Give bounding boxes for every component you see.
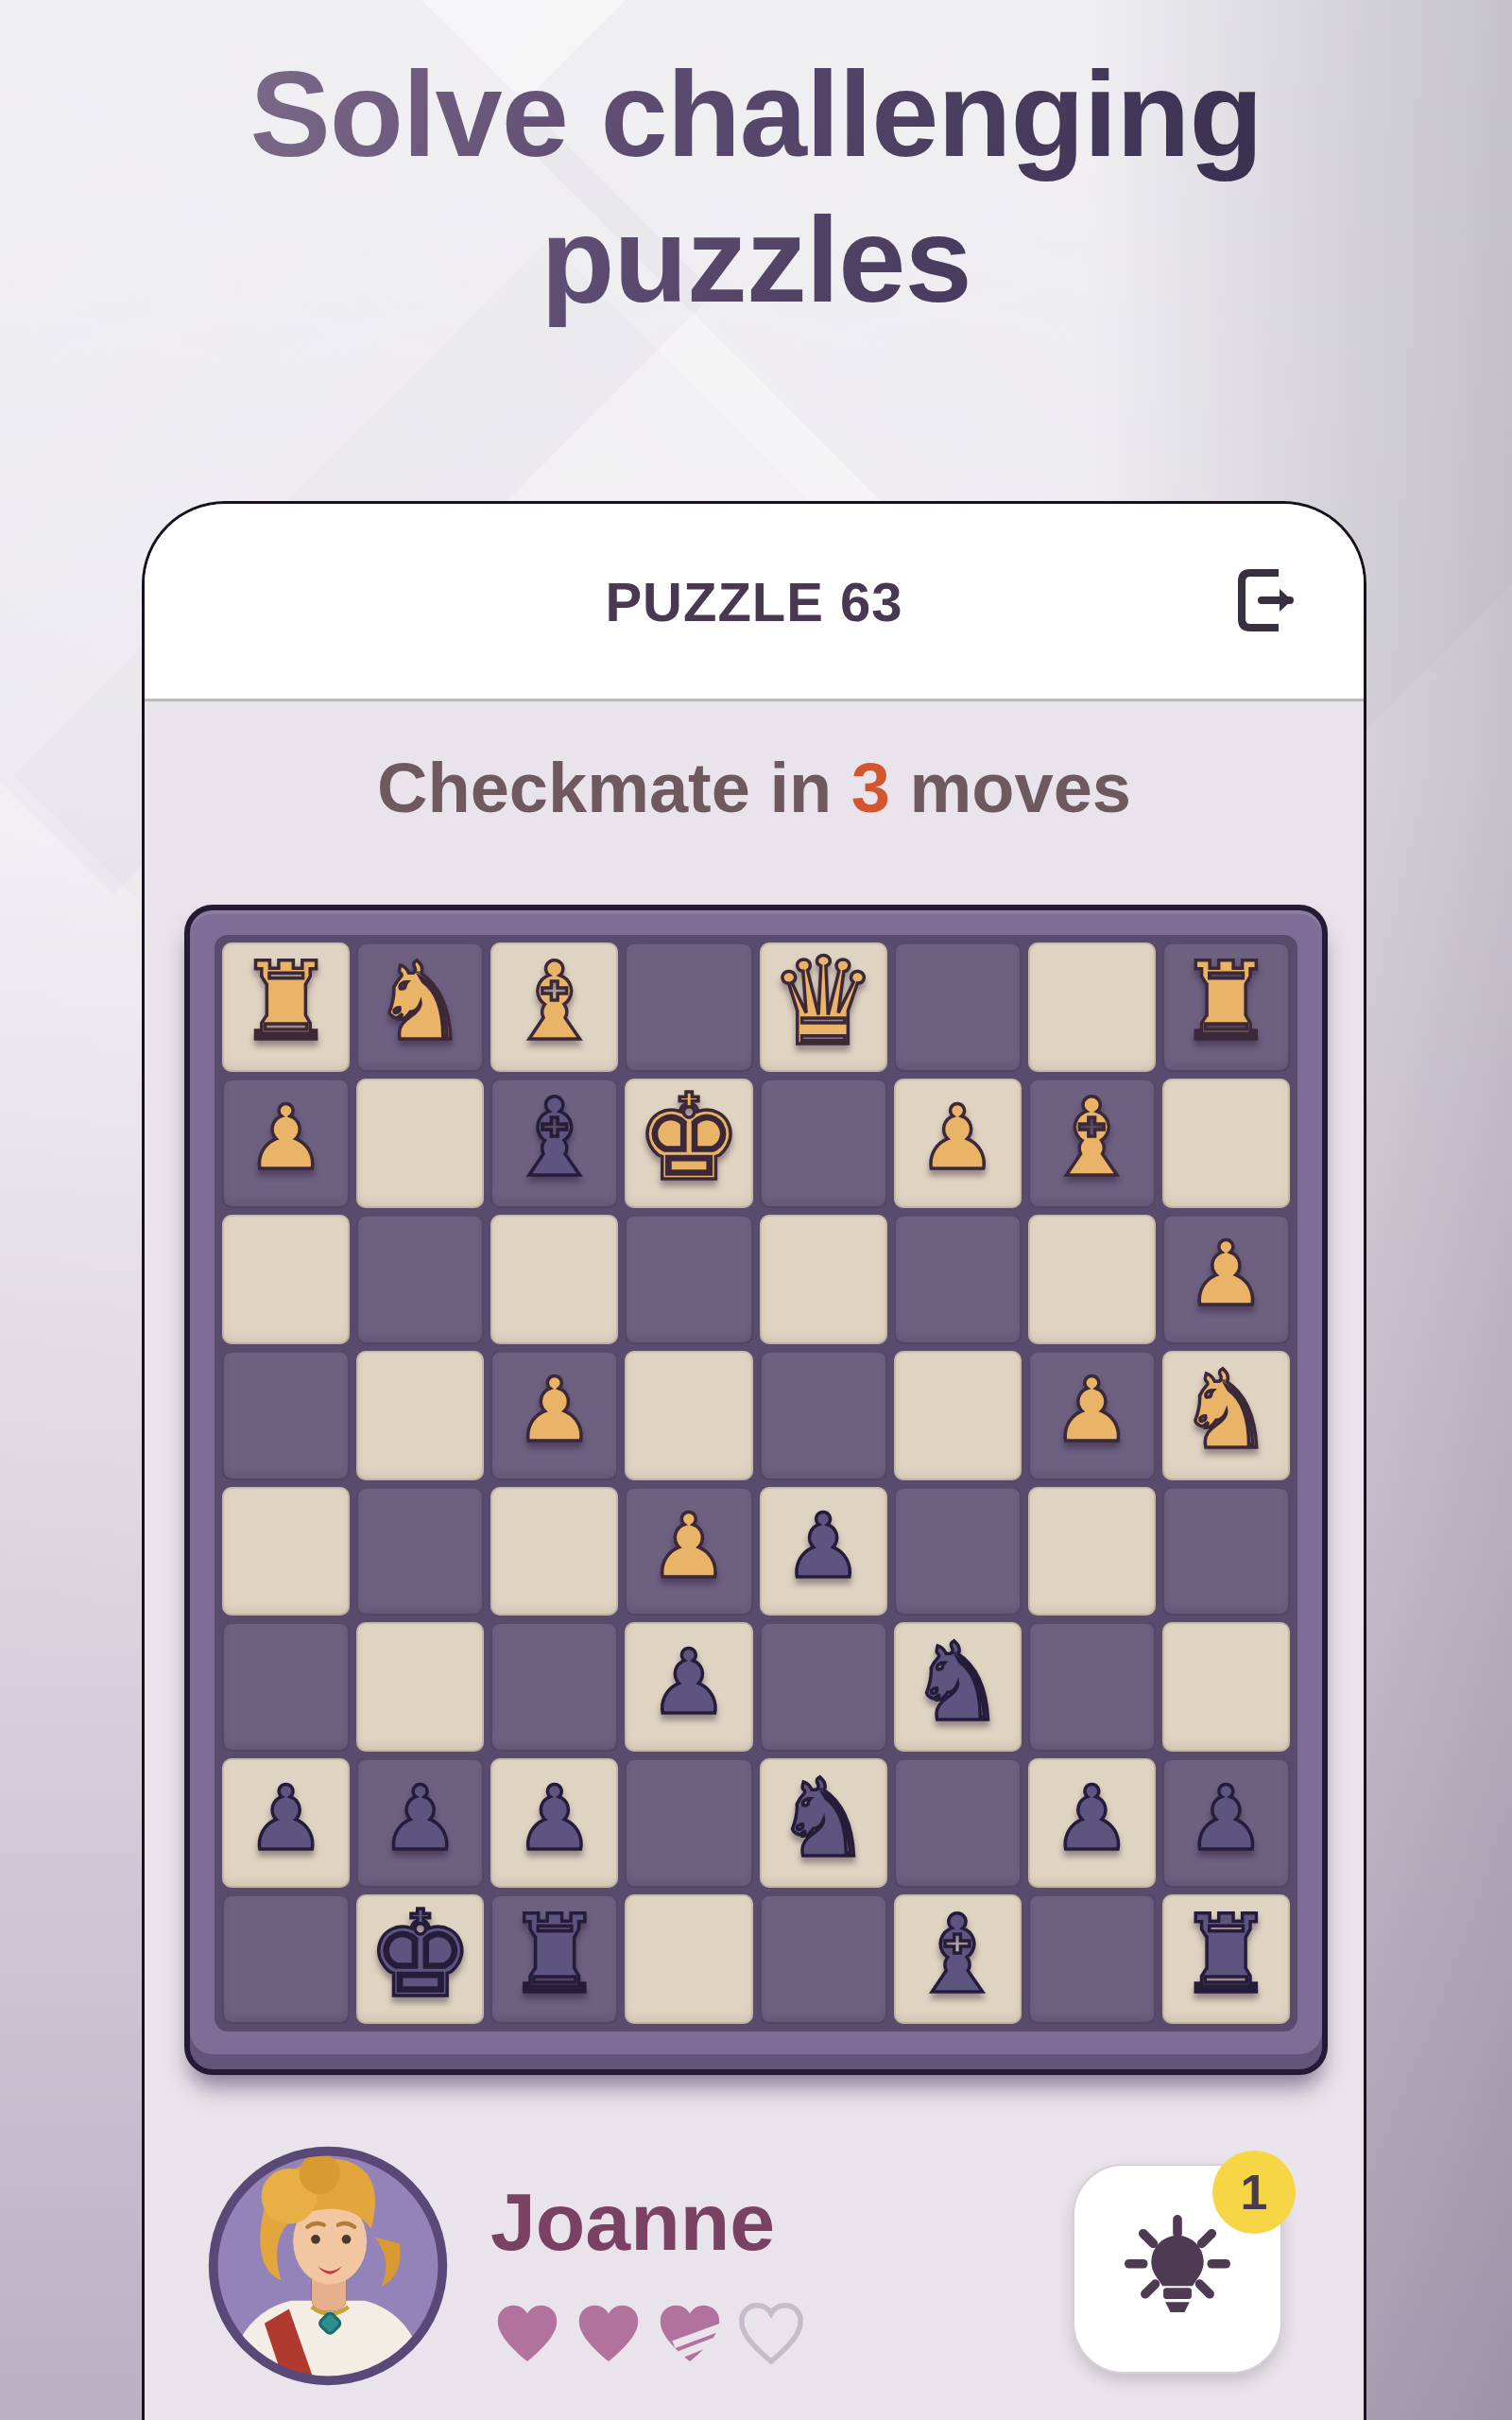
square-r7c7[interactable]: ♟	[1028, 1758, 1156, 1888]
white-pawn: ♟	[246, 1094, 325, 1183]
square-r2c2[interactable]	[356, 1079, 484, 1208]
square-r7c2[interactable]: ♟	[356, 1758, 484, 1888]
heart-icon-full-1	[490, 2298, 564, 2372]
square-r2c5[interactable]	[760, 1079, 887, 1208]
white-bishop: ♝	[507, 948, 603, 1056]
avatar	[205, 2143, 451, 2389]
square-r5c6[interactable]	[894, 1487, 1022, 1616]
square-r6c6[interactable]: ♞	[894, 1622, 1022, 1752]
square-r3c4[interactable]	[625, 1215, 752, 1344]
square-r1c3[interactable]: ♝	[490, 942, 618, 1072]
black-king: ♚	[367, 1895, 473, 2014]
square-r4c5[interactable]	[760, 1351, 887, 1480]
square-r4c1[interactable]	[222, 1351, 350, 1480]
white-king: ♚	[635, 1079, 742, 1198]
square-r8c5[interactable]	[760, 1894, 887, 2024]
objective-move-count: 3	[851, 749, 890, 827]
screen: Solve challenging puzzles PUZZLE 63 Chec…	[0, 0, 1512, 2420]
square-r6c5[interactable]	[760, 1622, 887, 1752]
card-header: PUZZLE 63	[145, 504, 1364, 701]
square-r8c6[interactable]: ♝	[894, 1894, 1022, 2024]
white-rook: ♜	[237, 948, 334, 1056]
square-r5c4[interactable]: ♟	[625, 1487, 752, 1616]
hint-badge: 1	[1212, 2151, 1296, 2234]
black-pawn: ♟	[246, 1774, 325, 1863]
square-r5c3[interactable]	[490, 1487, 618, 1616]
square-r5c1[interactable]	[222, 1487, 350, 1616]
square-r7c1[interactable]: ♟	[222, 1758, 350, 1888]
square-r5c7[interactable]	[1028, 1487, 1156, 1616]
board-grid: ♜♞♝♛♜♟♝♚♟♝♟♟♟♞♟♟♟♞♟♟♟♞♟♟♚♜♝♜	[215, 935, 1297, 2031]
square-r6c4[interactable]: ♟	[625, 1622, 752, 1752]
square-r3c5[interactable]	[760, 1215, 887, 1344]
square-r8c2[interactable]: ♚	[356, 1894, 484, 2024]
black-knight: ♞	[909, 1629, 1005, 1737]
square-r1c5[interactable]: ♛	[760, 942, 887, 1072]
square-r4c4[interactable]	[625, 1351, 752, 1480]
square-r4c2[interactable]	[356, 1351, 484, 1480]
square-r3c1[interactable]	[222, 1215, 350, 1344]
square-r2c4[interactable]: ♚	[625, 1079, 752, 1208]
square-r3c7[interactable]	[1028, 1215, 1156, 1344]
square-r7c3[interactable]: ♟	[490, 1758, 618, 1888]
square-r4c3[interactable]: ♟	[490, 1351, 618, 1480]
black-rook: ♜	[1177, 1901, 1274, 2009]
square-r2c3[interactable]: ♝	[490, 1079, 618, 1208]
lightbulb-icon	[1117, 2207, 1238, 2331]
square-r8c4[interactable]	[625, 1894, 752, 2024]
black-bishop: ♝	[507, 1084, 603, 1192]
square-r6c3[interactable]	[490, 1622, 618, 1752]
square-r4c6[interactable]	[894, 1351, 1022, 1480]
exit-button[interactable]	[1224, 559, 1309, 644]
puzzle-title: PUZZLE 63	[605, 570, 902, 633]
hint-button[interactable]: 1	[1073, 2164, 1282, 2374]
white-bishop: ♝	[1043, 1084, 1140, 1192]
black-rook: ♜	[507, 1901, 603, 2009]
black-pawn: ♟	[381, 1774, 460, 1863]
square-r2c1[interactable]: ♟	[222, 1079, 350, 1208]
white-pawn: ♟	[1052, 1366, 1131, 1455]
square-r3c2[interactable]	[356, 1215, 484, 1344]
white-pawn: ♟	[649, 1502, 729, 1591]
square-r6c2[interactable]	[356, 1622, 484, 1752]
square-r1c1[interactable]: ♜	[222, 942, 350, 1072]
square-r1c8[interactable]: ♜	[1162, 942, 1290, 1072]
black-pawn: ♟	[783, 1502, 863, 1591]
puzzle-card: PUZZLE 63 Checkmate in 3 moves ♜♞♝♛♜♟♝♚♟…	[142, 501, 1366, 2420]
square-r4c8[interactable]: ♞	[1162, 1351, 1290, 1480]
square-r5c5[interactable]: ♟	[760, 1487, 887, 1616]
square-r8c1[interactable]	[222, 1894, 350, 2024]
white-pawn: ♟	[515, 1366, 594, 1455]
black-pawn: ♟	[1186, 1774, 1265, 1863]
square-r1c2[interactable]: ♞	[356, 942, 484, 1072]
objective-suffix: moves	[890, 749, 1131, 827]
black-pawn: ♟	[1052, 1774, 1131, 1863]
square-r7c8[interactable]: ♟	[1162, 1758, 1290, 1888]
heart-icon-full-2	[572, 2298, 645, 2372]
square-r7c4[interactable]	[625, 1758, 752, 1888]
square-r7c6[interactable]	[894, 1758, 1022, 1888]
square-r2c8[interactable]	[1162, 1079, 1290, 1208]
square-r8c8[interactable]: ♜	[1162, 1894, 1290, 2024]
black-knight: ♞	[775, 1765, 871, 1873]
square-r2c7[interactable]: ♝	[1028, 1079, 1156, 1208]
white-pawn: ♟	[918, 1094, 997, 1183]
black-pawn: ♟	[515, 1774, 594, 1863]
headline-line2: puzzles	[0, 187, 1512, 333]
white-queen: ♛	[769, 942, 878, 1063]
square-r2c6[interactable]: ♟	[894, 1079, 1022, 1208]
square-r4c7[interactable]: ♟	[1028, 1351, 1156, 1480]
lives	[490, 2298, 808, 2372]
square-r1c6[interactable]	[894, 942, 1022, 1072]
heart-icon-broken-3	[653, 2298, 727, 2372]
black-bishop: ♝	[909, 1901, 1005, 2009]
headline-line1: Solve challenging	[0, 42, 1512, 187]
heart-icon-empty-4	[734, 2298, 808, 2372]
chess-board: ♜♞♝♛♜♟♝♚♟♝♟♟♟♞♟♟♟♞♟♟♟♞♟♟♚♜♝♜	[184, 905, 1328, 2075]
square-r5c8[interactable]	[1162, 1487, 1290, 1616]
square-r6c1[interactable]	[222, 1622, 350, 1752]
black-pawn: ♟	[649, 1638, 729, 1727]
square-r3c8[interactable]: ♟	[1162, 1215, 1290, 1344]
square-r8c7[interactable]	[1028, 1894, 1156, 2024]
square-r8c3[interactable]: ♜	[490, 1894, 618, 2024]
logout-icon	[1226, 630, 1307, 644]
square-r5c2[interactable]	[356, 1487, 484, 1616]
white-rook: ♜	[1177, 948, 1274, 1056]
square-r7c5[interactable]: ♞	[760, 1758, 887, 1888]
square-r6c7[interactable]	[1028, 1622, 1156, 1752]
white-knight: ♞	[1177, 1357, 1274, 1464]
square-r6c8[interactable]	[1162, 1622, 1290, 1752]
white-knight: ♞	[372, 948, 469, 1056]
square-r3c3[interactable]	[490, 1215, 618, 1344]
player-name: Joanne	[490, 2175, 775, 2269]
square-r1c7[interactable]	[1028, 942, 1156, 1072]
square-r3c6[interactable]	[894, 1215, 1022, 1344]
objective-prefix: Checkmate in	[377, 749, 851, 827]
square-r1c4[interactable]	[625, 942, 752, 1072]
headline: Solve challenging puzzles	[0, 42, 1512, 332]
white-pawn: ♟	[1186, 1230, 1265, 1319]
objective-text: Checkmate in 3 moves	[145, 748, 1364, 828]
